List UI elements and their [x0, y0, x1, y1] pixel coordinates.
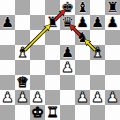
piece-black-bishop[interactable]: ♝ [76, 0, 89, 15]
piece-black-pawn[interactable]: ♟ [106, 15, 119, 30]
square-b5[interactable]: ♝ [15, 45, 30, 60]
square-h3[interactable] [105, 75, 120, 90]
square-a8[interactable] [0, 0, 15, 15]
piece-white-pawn[interactable]: ♟ [106, 90, 119, 105]
square-f1[interactable] [75, 105, 90, 120]
square-g4[interactable] [90, 60, 105, 75]
square-f7[interactable]: ♟ [75, 15, 90, 30]
square-f8[interactable]: ♝ [75, 0, 90, 15]
square-d3[interactable] [45, 75, 60, 90]
square-e8[interactable]: ♚ [60, 0, 75, 15]
square-e1[interactable] [60, 105, 75, 120]
square-b1[interactable] [15, 105, 30, 120]
square-f6[interactable]: ♞ [75, 30, 90, 45]
square-a3[interactable] [0, 75, 15, 90]
square-c8[interactable] [30, 0, 45, 15]
square-a1[interactable] [0, 105, 15, 120]
square-g2[interactable]: ♟ [90, 90, 105, 105]
square-f5[interactable] [75, 45, 90, 60]
piece-white-pawn[interactable]: ♟ [61, 60, 74, 75]
square-c1[interactable]: ♚ [30, 105, 45, 120]
piece-black-rook[interactable]: ♜ [46, 15, 59, 30]
square-c4[interactable] [30, 60, 45, 75]
piece-white-bishop[interactable]: ♝ [16, 45, 29, 60]
square-f4[interactable] [75, 60, 90, 75]
square-c2[interactable]: ♟ [30, 90, 45, 105]
square-b2[interactable]: ♟ [15, 90, 30, 105]
piece-white-king[interactable]: ♚ [31, 105, 44, 120]
square-h1[interactable] [105, 105, 120, 120]
square-c6[interactable] [30, 30, 45, 45]
piece-white-bishop[interactable]: ♝ [91, 45, 104, 60]
piece-white-pawn[interactable]: ♟ [91, 90, 104, 105]
square-h2[interactable]: ♟ [105, 90, 120, 105]
piece-white-rook[interactable]: ♜ [46, 105, 59, 120]
square-d6[interactable] [45, 30, 60, 45]
square-h5[interactable] [105, 45, 120, 60]
square-e7[interactable]: ♛ [60, 15, 75, 30]
square-h4[interactable] [105, 60, 120, 75]
square-b4[interactable] [15, 60, 30, 75]
piece-black-pawn[interactable]: ♟ [1, 15, 14, 30]
piece-black-queen[interactable]: ♛ [61, 15, 74, 30]
square-d4[interactable] [45, 60, 60, 75]
square-d7[interactable]: ♜ [45, 15, 60, 30]
square-h7[interactable]: ♟ [105, 15, 120, 30]
chess-board: ♚♝♜♟♜♛♟♟♟♞♝♟♝♟♛♟♟♟♟♟♟♚♜ [0, 0, 120, 120]
square-d5[interactable] [45, 45, 60, 60]
square-d2[interactable] [45, 90, 60, 105]
board-squares: ♚♝♜♟♜♛♟♟♟♞♝♟♝♟♛♟♟♟♟♟♟♚♜ [0, 0, 120, 120]
square-b3[interactable]: ♛ [15, 75, 30, 90]
square-a5[interactable] [0, 45, 15, 60]
square-a4[interactable] [0, 60, 15, 75]
square-b8[interactable] [15, 0, 30, 15]
piece-black-king[interactable]: ♚ [61, 0, 74, 15]
square-b6[interactable] [15, 30, 30, 45]
piece-white-pawn[interactable]: ♟ [76, 90, 89, 105]
piece-white-queen[interactable]: ♛ [16, 75, 29, 90]
square-c5[interactable] [30, 45, 45, 60]
square-h6[interactable] [105, 30, 120, 45]
square-d8[interactable] [45, 0, 60, 15]
square-g8[interactable] [90, 0, 105, 15]
square-g1[interactable] [90, 105, 105, 120]
square-e2[interactable] [60, 90, 75, 105]
square-e3[interactable] [60, 75, 75, 90]
piece-black-pawn[interactable]: ♟ [61, 45, 74, 60]
square-g5[interactable]: ♝ [90, 45, 105, 60]
piece-white-pawn[interactable]: ♟ [31, 90, 44, 105]
square-g3[interactable] [90, 75, 105, 90]
square-e4[interactable]: ♟ [60, 60, 75, 75]
piece-black-pawn[interactable]: ♟ [91, 15, 104, 30]
square-e5[interactable]: ♟ [60, 45, 75, 60]
piece-black-pawn[interactable]: ♟ [76, 15, 89, 30]
square-g6[interactable] [90, 30, 105, 45]
square-b7[interactable] [15, 15, 30, 30]
square-g7[interactable]: ♟ [90, 15, 105, 30]
piece-white-pawn[interactable]: ♟ [1, 90, 14, 105]
square-a7[interactable]: ♟ [0, 15, 15, 30]
piece-black-knight[interactable]: ♞ [76, 30, 89, 45]
square-a6[interactable] [0, 30, 15, 45]
square-c7[interactable] [30, 15, 45, 30]
piece-black-rook[interactable]: ♜ [106, 0, 119, 15]
piece-white-pawn[interactable]: ♟ [16, 90, 29, 105]
square-f2[interactable]: ♟ [75, 90, 90, 105]
square-e6[interactable] [60, 30, 75, 45]
square-d1[interactable]: ♜ [45, 105, 60, 120]
square-f3[interactable] [75, 75, 90, 90]
square-a2[interactable]: ♟ [0, 90, 15, 105]
square-h8[interactable]: ♜ [105, 0, 120, 15]
square-c3[interactable] [30, 75, 45, 90]
